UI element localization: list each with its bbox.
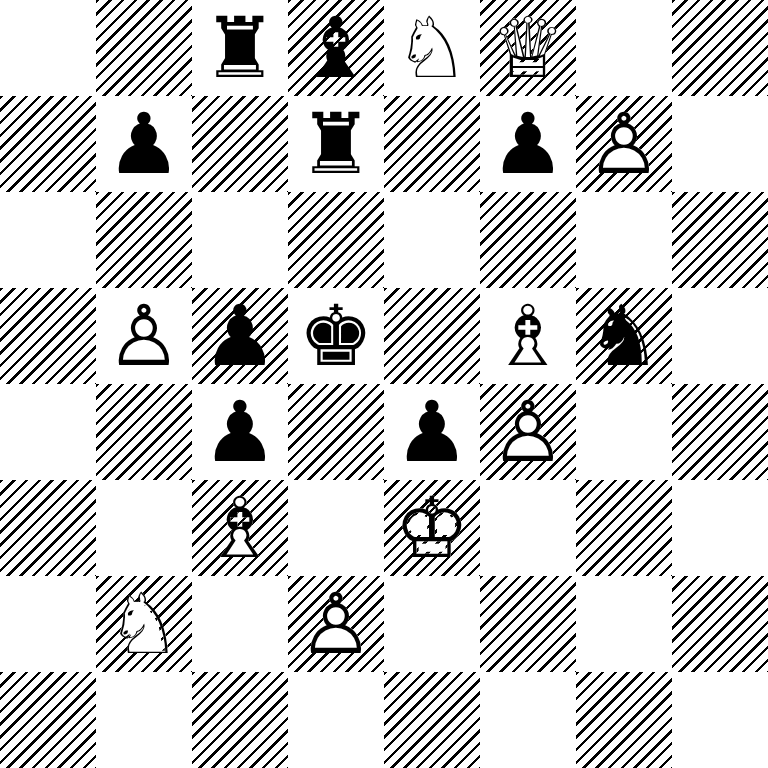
piece-glyph: ♟ bbox=[202, 294, 277, 378]
piece-glyph: ♗ bbox=[490, 294, 565, 378]
square-f8[interactable]: ♛♕ bbox=[480, 0, 576, 96]
square-d6[interactable] bbox=[288, 192, 384, 288]
square-g1[interactable] bbox=[576, 672, 672, 768]
square-b6[interactable] bbox=[96, 192, 192, 288]
piece-glyph: ♕ bbox=[490, 6, 565, 90]
white-knight: ♞♘ bbox=[96, 576, 192, 672]
square-h2[interactable] bbox=[672, 576, 768, 672]
white-king: ♚♔ bbox=[384, 480, 480, 576]
piece-glyph: ♟ bbox=[490, 102, 565, 186]
square-f4[interactable]: ♟♙ bbox=[480, 384, 576, 480]
square-a6[interactable] bbox=[0, 192, 96, 288]
piece-glyph: ♙ bbox=[106, 294, 181, 378]
square-c2[interactable] bbox=[192, 576, 288, 672]
square-g5[interactable]: ♞ bbox=[576, 288, 672, 384]
square-c4[interactable]: ♟ bbox=[192, 384, 288, 480]
piece-glyph: ♙ bbox=[298, 582, 373, 666]
square-e7[interactable] bbox=[384, 96, 480, 192]
black-bishop: ♝ bbox=[288, 0, 384, 96]
piece-glyph: ♟ bbox=[394, 390, 469, 474]
piece-glyph: ♙ bbox=[490, 390, 565, 474]
square-g8[interactable] bbox=[576, 0, 672, 96]
square-a3[interactable] bbox=[0, 480, 96, 576]
square-d7[interactable]: ♜ bbox=[288, 96, 384, 192]
square-a2[interactable] bbox=[0, 576, 96, 672]
square-e6[interactable] bbox=[384, 192, 480, 288]
square-d4[interactable] bbox=[288, 384, 384, 480]
square-h3[interactable] bbox=[672, 480, 768, 576]
white-bishop: ♝♗ bbox=[480, 288, 576, 384]
black-rook: ♜ bbox=[288, 96, 384, 192]
white-knight: ♞♘ bbox=[384, 0, 480, 96]
square-f7[interactable]: ♟ bbox=[480, 96, 576, 192]
piece-glyph: ♚ bbox=[298, 294, 373, 378]
square-a5[interactable] bbox=[0, 288, 96, 384]
square-h8[interactable] bbox=[672, 0, 768, 96]
square-h7[interactable] bbox=[672, 96, 768, 192]
square-e5[interactable] bbox=[384, 288, 480, 384]
square-g6[interactable] bbox=[576, 192, 672, 288]
square-f6[interactable] bbox=[480, 192, 576, 288]
square-c6[interactable] bbox=[192, 192, 288, 288]
white-pawn: ♟♙ bbox=[480, 384, 576, 480]
square-e3[interactable]: ♚♔ bbox=[384, 480, 480, 576]
black-pawn: ♟ bbox=[96, 96, 192, 192]
square-e4[interactable]: ♟ bbox=[384, 384, 480, 480]
piece-glyph: ♘ bbox=[394, 6, 469, 90]
piece-glyph: ♜ bbox=[202, 6, 277, 90]
square-h6[interactable] bbox=[672, 192, 768, 288]
square-g3[interactable] bbox=[576, 480, 672, 576]
white-pawn: ♟♙ bbox=[288, 576, 384, 672]
square-c1[interactable] bbox=[192, 672, 288, 768]
piece-glyph: ♙ bbox=[586, 102, 661, 186]
piece-glyph: ♗ bbox=[202, 486, 277, 570]
square-c8[interactable]: ♜ bbox=[192, 0, 288, 96]
square-e8[interactable]: ♞♘ bbox=[384, 0, 480, 96]
square-g7[interactable]: ♟♙ bbox=[576, 96, 672, 192]
square-b5[interactable]: ♟♙ bbox=[96, 288, 192, 384]
square-h1[interactable] bbox=[672, 672, 768, 768]
piece-glyph: ♞ bbox=[586, 294, 661, 378]
black-pawn: ♟ bbox=[480, 96, 576, 192]
black-pawn: ♟ bbox=[192, 288, 288, 384]
square-c5[interactable]: ♟ bbox=[192, 288, 288, 384]
square-b7[interactable]: ♟ bbox=[96, 96, 192, 192]
square-g2[interactable] bbox=[576, 576, 672, 672]
black-pawn: ♟ bbox=[192, 384, 288, 480]
square-f3[interactable] bbox=[480, 480, 576, 576]
square-f2[interactable] bbox=[480, 576, 576, 672]
piece-glyph: ♝ bbox=[298, 6, 373, 90]
square-d5[interactable]: ♚ bbox=[288, 288, 384, 384]
square-e1[interactable] bbox=[384, 672, 480, 768]
square-a1[interactable] bbox=[0, 672, 96, 768]
square-b2[interactable]: ♞♘ bbox=[96, 576, 192, 672]
piece-glyph: ♘ bbox=[106, 582, 181, 666]
black-knight: ♞ bbox=[576, 288, 672, 384]
square-d2[interactable]: ♟♙ bbox=[288, 576, 384, 672]
square-b4[interactable] bbox=[96, 384, 192, 480]
piece-glyph: ♟ bbox=[106, 102, 181, 186]
black-king: ♚ bbox=[288, 288, 384, 384]
black-rook: ♜ bbox=[192, 0, 288, 96]
square-g4[interactable] bbox=[576, 384, 672, 480]
square-d1[interactable] bbox=[288, 672, 384, 768]
piece-glyph: ♔ bbox=[394, 486, 469, 570]
white-queen: ♛♕ bbox=[480, 0, 576, 96]
square-d3[interactable] bbox=[288, 480, 384, 576]
piece-glyph: ♜ bbox=[298, 102, 373, 186]
white-pawn: ♟♙ bbox=[96, 288, 192, 384]
square-f5[interactable]: ♝♗ bbox=[480, 288, 576, 384]
square-h5[interactable] bbox=[672, 288, 768, 384]
white-bishop: ♝♗ bbox=[192, 480, 288, 576]
chess-board: ♜♝♞♘♛♕♟♜♟♟♙♟♙♟♚♝♗♞♟♟♟♙♝♗♚♔♞♘♟♙ bbox=[0, 0, 768, 768]
square-f1[interactable] bbox=[480, 672, 576, 768]
square-c7[interactable] bbox=[192, 96, 288, 192]
square-a7[interactable] bbox=[0, 96, 96, 192]
square-b1[interactable] bbox=[96, 672, 192, 768]
square-h4[interactable] bbox=[672, 384, 768, 480]
square-a4[interactable] bbox=[0, 384, 96, 480]
square-b8[interactable] bbox=[96, 0, 192, 96]
square-a8[interactable] bbox=[0, 0, 96, 96]
piece-glyph: ♟ bbox=[202, 390, 277, 474]
square-d8[interactable]: ♝ bbox=[288, 0, 384, 96]
square-e2[interactable] bbox=[384, 576, 480, 672]
white-pawn: ♟♙ bbox=[576, 96, 672, 192]
square-c3[interactable]: ♝♗ bbox=[192, 480, 288, 576]
square-b3[interactable] bbox=[96, 480, 192, 576]
black-pawn: ♟ bbox=[384, 384, 480, 480]
